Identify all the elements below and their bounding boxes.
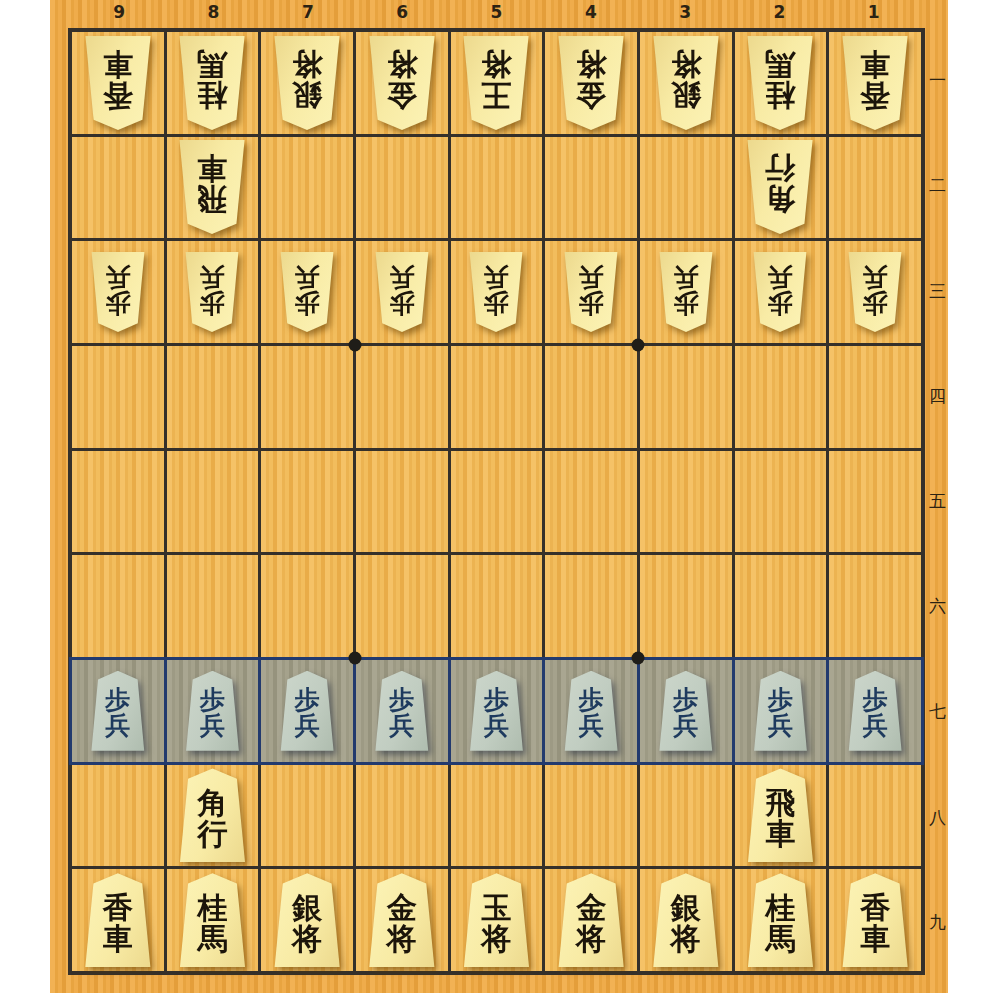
square-3-3[interactable]: 歩兵	[640, 241, 732, 343]
piece-wrapper: 歩兵	[182, 252, 242, 332]
rank-label-9: 九	[927, 870, 948, 975]
piece-kanji: 銀	[292, 892, 322, 923]
square-6-2[interactable]	[356, 137, 448, 239]
square-7-3[interactable]: 歩兵	[261, 241, 353, 343]
piece-sente-knight[interactable]: 桂馬	[175, 873, 249, 967]
piece-gote-rook[interactable]: 飛車	[175, 140, 249, 234]
piece-kanji: 歩	[863, 687, 888, 713]
piece-kanji: 兵	[389, 713, 414, 739]
piece-wrapper: 歩兵	[656, 252, 716, 332]
rank-label-5: 五	[927, 449, 948, 554]
piece-wrapper: 歩兵	[561, 671, 621, 751]
piece-kanji: 玉	[481, 892, 511, 923]
piece-wrapper: 歩兵	[277, 252, 337, 332]
shogi-board: 香車桂馬銀将金将王将金将銀将桂馬香車飛車角行歩兵歩兵歩兵歩兵歩兵歩兵歩兵歩兵歩兵…	[68, 28, 925, 975]
piece-kanji: 王	[481, 80, 511, 111]
piece-kanji: 馬	[197, 923, 227, 954]
piece-kanji: 車	[765, 818, 795, 849]
square-8-1[interactable]: 桂馬	[167, 32, 259, 134]
piece-kanji: 歩	[389, 290, 414, 316]
square-4-6[interactable]	[545, 555, 637, 657]
square-3-2[interactable]	[640, 137, 732, 239]
piece-gote-pawn[interactable]: 歩兵	[466, 252, 526, 332]
piece-wrapper: 金将	[554, 36, 628, 130]
piece-wrapper: 香車	[838, 873, 912, 967]
piece-wrapper: 金将	[365, 873, 439, 967]
piece-kanji: 金	[387, 892, 417, 923]
square-9-7[interactable]: 歩兵	[72, 660, 164, 762]
piece-kanji: 将	[481, 923, 511, 954]
piece-kanji: 歩	[673, 290, 698, 316]
square-2-7[interactable]: 歩兵	[735, 660, 827, 762]
piece-gote-pawn[interactable]: 歩兵	[845, 252, 905, 332]
piece-gote-bishop[interactable]: 角行	[743, 140, 817, 234]
piece-kanji: 将	[387, 49, 417, 80]
piece-gote-pawn[interactable]: 歩兵	[372, 252, 432, 332]
square-1-9[interactable]: 香車	[829, 869, 921, 971]
piece-wrapper: 桂馬	[175, 36, 249, 130]
piece-kanji: 金	[576, 80, 606, 111]
piece-kanji: 飛	[197, 185, 227, 216]
piece-wrapper: 歩兵	[466, 252, 526, 332]
piece-kanji: 歩	[863, 290, 888, 316]
piece-wrapper: 金将	[365, 36, 439, 130]
square-8-5[interactable]	[167, 451, 259, 553]
square-3-7[interactable]: 歩兵	[640, 660, 732, 762]
square-6-3[interactable]: 歩兵	[356, 241, 448, 343]
piece-wrapper: 歩兵	[182, 671, 242, 751]
file-label-9: 9	[72, 0, 166, 26]
piece-wrapper: 桂馬	[175, 873, 249, 967]
square-4-1[interactable]: 金将	[545, 32, 637, 134]
square-7-6[interactable]	[261, 555, 353, 657]
square-2-9[interactable]: 桂馬	[735, 869, 827, 971]
piece-kanji: 飛	[765, 787, 795, 818]
piece-sente-gold[interactable]: 金将	[554, 873, 628, 967]
piece-gote-silver[interactable]: 銀将	[270, 36, 344, 130]
piece-kanji: 歩	[768, 290, 793, 316]
piece-kanji: 歩	[105, 687, 130, 713]
piece-kanji: 桂	[765, 80, 795, 111]
square-3-5[interactable]	[640, 451, 732, 553]
rank-label-7: 七	[927, 659, 948, 764]
rank-label-2: 二	[927, 133, 948, 238]
square-6-7[interactable]: 歩兵	[356, 660, 448, 762]
square-3-1[interactable]: 銀将	[640, 32, 732, 134]
star-point	[349, 652, 362, 665]
rank-labels: 一二三四五六七八九	[927, 28, 948, 975]
piece-sente-pawn[interactable]: 歩兵	[182, 671, 242, 751]
piece-kanji: 将	[481, 49, 511, 80]
piece-wrapper: 桂馬	[743, 873, 817, 967]
piece-kanji: 桂	[197, 892, 227, 923]
rank-label-4: 四	[927, 344, 948, 449]
piece-kanji: 香	[103, 80, 133, 111]
piece-kanji: 兵	[863, 264, 888, 290]
square-9-4[interactable]	[72, 346, 164, 448]
square-5-1[interactable]: 王将	[451, 32, 543, 134]
piece-kanji: 将	[671, 49, 701, 80]
square-5-3[interactable]: 歩兵	[451, 241, 543, 343]
board-margin: 987654321 香車桂馬銀将金将王将金将銀将桂馬香車飛車角行歩兵歩兵歩兵歩兵…	[50, 0, 948, 993]
square-8-4[interactable]	[167, 346, 259, 448]
piece-wrapper: 歩兵	[845, 252, 905, 332]
square-9-3[interactable]: 歩兵	[72, 241, 164, 343]
piece-gote-pawn[interactable]: 歩兵	[750, 252, 810, 332]
piece-sente-king[interactable]: 玉将	[459, 873, 533, 967]
piece-kanji: 車	[197, 153, 227, 184]
piece-kanji: 将	[387, 923, 417, 954]
piece-wrapper: 香車	[838, 36, 912, 130]
piece-gote-lance[interactable]: 香車	[81, 36, 155, 130]
piece-wrapper: 銀将	[270, 36, 344, 130]
piece-sente-pawn[interactable]: 歩兵	[656, 671, 716, 751]
square-6-5[interactable]	[356, 451, 448, 553]
piece-sente-lance[interactable]: 香車	[838, 873, 912, 967]
piece-kanji: 兵	[579, 713, 604, 739]
rank-label-6: 六	[927, 554, 948, 659]
piece-kanji: 兵	[579, 264, 604, 290]
piece-kanji: 香	[860, 892, 890, 923]
piece-sente-pawn[interactable]: 歩兵	[372, 671, 432, 751]
square-1-8[interactable]	[829, 765, 921, 867]
piece-sente-bishop[interactable]: 角行	[175, 768, 249, 862]
piece-wrapper: 歩兵	[656, 671, 716, 751]
file-label-8: 8	[166, 0, 260, 26]
piece-kanji: 歩	[673, 687, 698, 713]
square-4-9[interactable]: 金将	[545, 869, 637, 971]
piece-wrapper: 金将	[554, 873, 628, 967]
square-7-7[interactable]: 歩兵	[261, 660, 353, 762]
piece-wrapper: 銀将	[270, 873, 344, 967]
square-6-4[interactable]	[356, 346, 448, 448]
piece-gote-pawn[interactable]: 歩兵	[88, 252, 148, 332]
square-9-6[interactable]	[72, 555, 164, 657]
square-2-4[interactable]	[735, 346, 827, 448]
rank-label-1: 一	[927, 28, 948, 133]
piece-wrapper: 香車	[81, 873, 155, 967]
rank-label-8: 八	[927, 765, 948, 870]
piece-kanji: 銀	[671, 80, 701, 111]
square-4-2[interactable]	[545, 137, 637, 239]
piece-kanji: 兵	[105, 264, 130, 290]
square-4-4[interactable]	[545, 346, 637, 448]
square-5-5[interactable]	[451, 451, 543, 553]
square-1-4[interactable]	[829, 346, 921, 448]
piece-sente-rook[interactable]: 飛車	[743, 768, 817, 862]
piece-kanji: 兵	[484, 264, 509, 290]
piece-kanji: 歩	[768, 687, 793, 713]
piece-kanji: 香	[103, 892, 133, 923]
piece-kanji: 香	[860, 80, 890, 111]
piece-gote-silver[interactable]: 銀将	[649, 36, 723, 130]
square-1-7[interactable]: 歩兵	[829, 660, 921, 762]
piece-wrapper: 歩兵	[750, 252, 810, 332]
piece-gote-gold[interactable]: 金将	[365, 36, 439, 130]
square-2-5[interactable]	[735, 451, 827, 553]
square-6-6[interactable]	[356, 555, 448, 657]
square-8-7[interactable]: 歩兵	[167, 660, 259, 762]
file-label-7: 7	[261, 0, 355, 26]
piece-gote-pawn[interactable]: 歩兵	[182, 252, 242, 332]
piece-kanji: 兵	[295, 713, 320, 739]
piece-kanji: 兵	[673, 713, 698, 739]
square-5-7[interactable]: 歩兵	[451, 660, 543, 762]
square-2-6[interactable]	[735, 555, 827, 657]
square-1-3[interactable]: 歩兵	[829, 241, 921, 343]
piece-gote-knight[interactable]: 桂馬	[743, 36, 817, 130]
piece-kanji: 金	[387, 80, 417, 111]
square-6-1[interactable]: 金将	[356, 32, 448, 134]
piece-kanji: 角	[765, 185, 795, 216]
square-4-7[interactable]: 歩兵	[545, 660, 637, 762]
piece-kanji: 歩	[295, 687, 320, 713]
square-5-8[interactable]	[451, 765, 543, 867]
piece-wrapper: 歩兵	[561, 252, 621, 332]
piece-kanji: 歩	[579, 290, 604, 316]
square-6-9[interactable]: 金将	[356, 869, 448, 971]
piece-gote-knight[interactable]: 桂馬	[175, 36, 249, 130]
piece-kanji: 将	[576, 923, 606, 954]
piece-kanji: 桂	[765, 892, 795, 923]
piece-sente-knight[interactable]: 桂馬	[743, 873, 817, 967]
square-7-5[interactable]	[261, 451, 353, 553]
square-2-8[interactable]: 飛車	[735, 765, 827, 867]
piece-sente-pawn[interactable]: 歩兵	[88, 671, 148, 751]
piece-kanji: 兵	[200, 264, 225, 290]
piece-wrapper: 飛車	[743, 768, 817, 862]
piece-kanji: 将	[292, 923, 322, 954]
piece-kanji: 歩	[105, 290, 130, 316]
piece-kanji: 車	[103, 49, 133, 80]
piece-sente-pawn[interactable]: 歩兵	[845, 671, 905, 751]
square-7-9[interactable]: 銀将	[261, 869, 353, 971]
file-label-6: 6	[355, 0, 449, 26]
square-6-8[interactable]	[356, 765, 448, 867]
piece-wrapper: 銀将	[649, 36, 723, 130]
piece-wrapper: 歩兵	[372, 671, 432, 751]
piece-kanji: 馬	[197, 49, 227, 80]
piece-kanji: 銀	[292, 80, 322, 111]
piece-gote-lance[interactable]: 香車	[838, 36, 912, 130]
square-7-8[interactable]	[261, 765, 353, 867]
file-label-2: 2	[732, 0, 826, 26]
piece-wrapper: 角行	[743, 140, 817, 234]
piece-kanji: 歩	[484, 687, 509, 713]
square-2-3[interactable]: 歩兵	[735, 241, 827, 343]
piece-kanji: 車	[860, 923, 890, 954]
piece-wrapper: 歩兵	[88, 252, 148, 332]
piece-sente-pawn[interactable]: 歩兵	[561, 671, 621, 751]
square-9-1[interactable]: 香車	[72, 32, 164, 134]
piece-kanji: 兵	[768, 713, 793, 739]
square-3-9[interactable]: 銀将	[640, 869, 732, 971]
piece-kanji: 角	[197, 787, 227, 818]
piece-kanji: 将	[292, 49, 322, 80]
piece-kanji: 兵	[295, 264, 320, 290]
square-4-5[interactable]	[545, 451, 637, 553]
piece-kanji: 兵	[389, 264, 414, 290]
square-8-3[interactable]: 歩兵	[167, 241, 259, 343]
piece-kanji: 兵	[105, 713, 130, 739]
piece-kanji: 兵	[863, 713, 888, 739]
square-5-6[interactable]	[451, 555, 543, 657]
piece-kanji: 歩	[200, 290, 225, 316]
piece-kanji: 将	[576, 49, 606, 80]
piece-kanji: 銀	[671, 892, 701, 923]
piece-kanji: 桂	[197, 80, 227, 111]
piece-gote-pawn[interactable]: 歩兵	[656, 252, 716, 332]
square-9-5[interactable]	[72, 451, 164, 553]
piece-kanji: 馬	[765, 49, 795, 80]
square-2-2[interactable]: 角行	[735, 137, 827, 239]
piece-wrapper: 歩兵	[88, 671, 148, 751]
piece-wrapper: 王将	[459, 36, 533, 130]
piece-wrapper: 香車	[81, 36, 155, 130]
piece-kanji: 兵	[484, 713, 509, 739]
piece-wrapper: 歩兵	[372, 252, 432, 332]
piece-sente-pawn[interactable]: 歩兵	[466, 671, 526, 751]
star-point	[631, 338, 644, 351]
file-label-4: 4	[544, 0, 638, 26]
square-7-2[interactable]	[261, 137, 353, 239]
square-7-4[interactable]	[261, 346, 353, 448]
square-8-2[interactable]: 飛車	[167, 137, 259, 239]
piece-gote-pawn[interactable]: 歩兵	[561, 252, 621, 332]
piece-wrapper: 歩兵	[750, 671, 810, 751]
piece-kanji: 歩	[484, 290, 509, 316]
piece-gote-pawn[interactable]: 歩兵	[277, 252, 337, 332]
piece-kanji: 将	[671, 923, 701, 954]
board-grid: 香車桂馬銀将金将王将金将銀将桂馬香車飛車角行歩兵歩兵歩兵歩兵歩兵歩兵歩兵歩兵歩兵…	[72, 32, 921, 971]
piece-wrapper: 角行	[175, 768, 249, 862]
piece-wrapper: 歩兵	[466, 671, 526, 751]
piece-kanji: 歩	[579, 687, 604, 713]
piece-gote-king[interactable]: 王将	[459, 36, 533, 130]
square-3-4[interactable]	[640, 346, 732, 448]
piece-kanji: 金	[576, 892, 606, 923]
square-9-9[interactable]: 香車	[72, 869, 164, 971]
piece-sente-silver[interactable]: 銀将	[649, 873, 723, 967]
piece-wrapper: 歩兵	[277, 671, 337, 751]
piece-gote-gold[interactable]: 金将	[554, 36, 628, 130]
piece-wrapper: 銀将	[649, 873, 723, 967]
piece-wrapper: 飛車	[175, 140, 249, 234]
piece-kanji: 兵	[768, 264, 793, 290]
square-1-1[interactable]: 香車	[829, 32, 921, 134]
star-point	[349, 338, 362, 351]
square-1-5[interactable]	[829, 451, 921, 553]
piece-kanji: 行	[765, 153, 795, 184]
square-5-4[interactable]	[451, 346, 543, 448]
square-8-8[interactable]: 角行	[167, 765, 259, 867]
piece-kanji: 歩	[389, 687, 414, 713]
square-5-2[interactable]	[451, 137, 543, 239]
piece-sente-pawn[interactable]: 歩兵	[750, 671, 810, 751]
piece-sente-silver[interactable]: 銀将	[270, 873, 344, 967]
square-9-8[interactable]	[72, 765, 164, 867]
square-1-6[interactable]	[829, 555, 921, 657]
square-8-6[interactable]	[167, 555, 259, 657]
piece-kanji: 兵	[673, 264, 698, 290]
piece-kanji: 歩	[295, 290, 320, 316]
square-3-6[interactable]	[640, 555, 732, 657]
square-2-1[interactable]: 桂馬	[735, 32, 827, 134]
star-point	[631, 652, 644, 665]
rank-label-3: 三	[927, 238, 948, 343]
file-labels: 987654321	[72, 0, 921, 26]
square-3-8[interactable]	[640, 765, 732, 867]
square-7-1[interactable]: 銀将	[261, 32, 353, 134]
piece-kanji: 車	[860, 49, 890, 80]
shogi-app: 987654321 香車桂馬銀将金将王将金将銀将桂馬香車飛車角行歩兵歩兵歩兵歩兵…	[0, 0, 1000, 1000]
piece-kanji: 行	[197, 818, 227, 849]
piece-sente-gold[interactable]: 金将	[365, 873, 439, 967]
piece-kanji: 馬	[765, 923, 795, 954]
square-5-9[interactable]: 玉将	[451, 869, 543, 971]
file-label-1: 1	[827, 0, 921, 26]
square-8-9[interactable]: 桂馬	[167, 869, 259, 971]
piece-wrapper: 桂馬	[743, 36, 817, 130]
piece-wrapper: 玉将	[459, 873, 533, 967]
piece-kanji: 車	[103, 923, 133, 954]
piece-sente-pawn[interactable]: 歩兵	[277, 671, 337, 751]
piece-kanji: 歩	[200, 687, 225, 713]
square-4-8[interactable]	[545, 765, 637, 867]
piece-sente-lance[interactable]: 香車	[81, 873, 155, 967]
piece-kanji: 兵	[200, 713, 225, 739]
square-4-3[interactable]: 歩兵	[545, 241, 637, 343]
file-label-5: 5	[449, 0, 543, 26]
square-1-2[interactable]	[829, 137, 921, 239]
piece-wrapper: 歩兵	[845, 671, 905, 751]
square-9-2[interactable]	[72, 137, 164, 239]
file-label-3: 3	[638, 0, 732, 26]
